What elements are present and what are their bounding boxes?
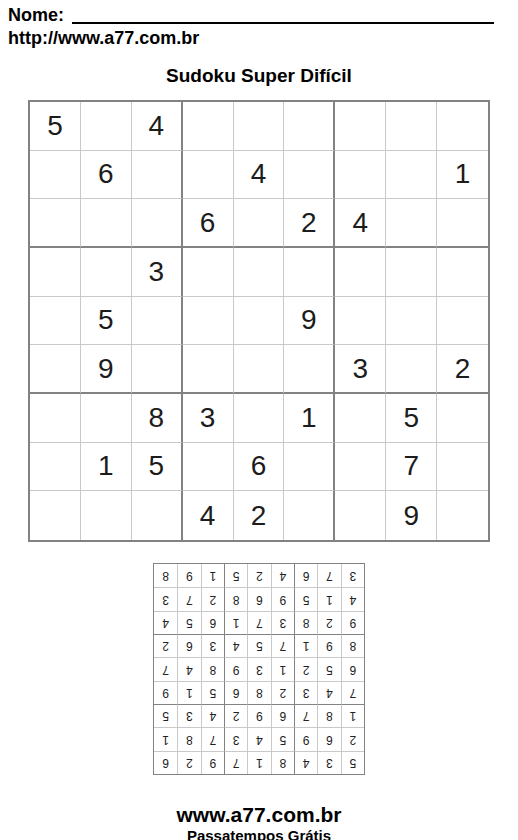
solution-cell-r1c8: 2	[177, 751, 200, 774]
puzzle-cell-r1c6[interactable]	[284, 102, 335, 151]
puzzle-cell-r5c7[interactable]	[335, 297, 386, 346]
puzzle-cell-r8c2[interactable]: 1	[81, 443, 132, 492]
name-label: Nome:	[8, 5, 64, 26]
solution-cell-r9c8: 9	[177, 564, 200, 587]
puzzle-cell-r2c2[interactable]: 6	[81, 151, 132, 200]
page-title: Sudoku Super Difícil	[0, 65, 518, 87]
header-site-url: http://www.a77.com.br	[8, 28, 510, 49]
puzzle-cell-r1c7[interactable]	[335, 102, 386, 151]
puzzle-cell-r4c7[interactable]	[335, 248, 386, 297]
solution-cell-r9c9: 8	[154, 564, 177, 587]
puzzle-cell-r5c5[interactable]	[234, 297, 285, 346]
solution-cell-r8c9: 3	[154, 587, 177, 610]
solution-cell-r4c3: 3	[294, 681, 317, 704]
solution-cell-r3c6: 2	[224, 704, 247, 727]
puzzle-cell-r4c9[interactable]	[437, 248, 488, 297]
puzzle-cell-r2c1[interactable]	[30, 151, 81, 200]
puzzle-cell-r6c2[interactable]: 9	[81, 345, 132, 394]
solution-cell-r7c5: 7	[247, 611, 270, 634]
solution-cell-r8c1: 4	[341, 587, 364, 610]
puzzle-cell-r5c9[interactable]	[437, 297, 488, 346]
solution-cell-r9c4: 4	[271, 564, 294, 587]
solution-cell-r8c8: 7	[177, 587, 200, 610]
solution-cell-r7c3: 8	[294, 611, 317, 634]
solution-cell-r6c4: 7	[271, 634, 294, 657]
puzzle-cell-r8c7[interactable]	[335, 443, 386, 492]
solution-cell-r7c6: 1	[224, 611, 247, 634]
puzzle-cell-r7c4[interactable]: 3	[183, 394, 234, 443]
solution-cell-r5c4: 1	[271, 657, 294, 680]
solution-cell-r5c5: 3	[247, 657, 270, 680]
solution-cell-r2c4: 5	[271, 727, 294, 750]
puzzle-cell-r2c9[interactable]: 1	[437, 151, 488, 200]
puzzle-cell-r8c8[interactable]: 7	[386, 443, 437, 492]
puzzle-cell-r9c4[interactable]: 4	[183, 491, 234, 540]
solution-cell-r8c5: 6	[247, 587, 270, 610]
puzzle-cell-r5c4[interactable]	[183, 297, 234, 346]
puzzle-cell-r1c2[interactable]	[81, 102, 132, 151]
puzzle-cell-r4c6[interactable]	[284, 248, 335, 297]
name-row: Nome:	[8, 5, 494, 26]
puzzle-cell-r6c6[interactable]	[284, 345, 335, 394]
solution-cell-r9c7: 1	[201, 564, 224, 587]
solution-cell-r8c2: 1	[317, 587, 340, 610]
puzzle-cell-r6c5[interactable]	[234, 345, 285, 394]
solution-cell-r9c6: 5	[224, 564, 247, 587]
puzzle-cell-r9c7[interactable]	[335, 491, 386, 540]
puzzle-cell-r3c8[interactable]	[386, 199, 437, 248]
solution-cell-r6c3: 1	[294, 634, 317, 657]
sudoku-page: Nome: http://www.a77.com.br Sudoku Super…	[0, 0, 518, 840]
footer-tagline: Passatempos Grátis	[0, 827, 518, 840]
solution-cell-r7c7: 6	[201, 611, 224, 634]
solution-cell-r8c6: 8	[224, 587, 247, 610]
puzzle-cell-r2c5[interactable]: 4	[234, 151, 285, 200]
puzzle-cell-r2c6[interactable]	[284, 151, 335, 200]
solution-cell-r6c2: 9	[317, 634, 340, 657]
solution-cell-r7c8: 5	[177, 611, 200, 634]
solution-cell-r5c3: 2	[294, 657, 317, 680]
solution-cell-r4c2: 4	[317, 681, 340, 704]
puzzle-cell-r5c8[interactable]	[386, 297, 437, 346]
solution-cell-r5c7: 8	[201, 657, 224, 680]
solution-cell-r5c1: 6	[341, 657, 364, 680]
puzzle-cell-r1c1[interactable]: 5	[30, 102, 81, 151]
puzzle-cell-r7c7[interactable]	[335, 394, 386, 443]
puzzle-cell-r9c9[interactable]	[437, 491, 488, 540]
solution-cell-r6c1: 8	[341, 634, 364, 657]
solution-cell-r8c7: 2	[201, 587, 224, 610]
solution-cell-r8c4: 9	[271, 587, 294, 610]
solution-cell-r3c3: 7	[294, 704, 317, 727]
solution-cell-r2c1: 2	[341, 727, 364, 750]
puzzle-cell-r4c3[interactable]: 3	[132, 248, 183, 297]
name-fill-line	[72, 22, 494, 24]
puzzle-cell-r9c5[interactable]: 2	[234, 491, 285, 540]
puzzle-cell-r9c1[interactable]	[30, 491, 81, 540]
solution-cell-r9c3: 6	[294, 564, 317, 587]
puzzle-cell-r8c3[interactable]: 5	[132, 443, 183, 492]
puzzle-cell-r3c1[interactable]	[30, 199, 81, 248]
puzzle-cell-r3c9[interactable]	[437, 199, 488, 248]
solution-cell-r6c7: 3	[201, 634, 224, 657]
puzzle-cell-r4c1[interactable]	[30, 248, 81, 297]
solution-cell-r1c4: 8	[271, 751, 294, 774]
puzzle-cell-r9c2[interactable]	[81, 491, 132, 540]
solution-cell-r2c6: 3	[224, 727, 247, 750]
solution-cell-r1c1: 5	[341, 751, 364, 774]
puzzle-cell-r4c5[interactable]	[234, 248, 285, 297]
puzzle-cell-r2c4[interactable]	[183, 151, 234, 200]
solution-cell-r4c9: 9	[154, 681, 177, 704]
puzzle-cell-r7c8[interactable]: 5	[386, 394, 437, 443]
puzzle-cell-r3c4[interactable]: 6	[183, 199, 234, 248]
solution-cell-r3c5: 9	[247, 704, 270, 727]
puzzle-cell-r8c4[interactable]	[183, 443, 234, 492]
solution-cell-r2c9: 1	[154, 727, 177, 750]
puzzle-cell-r6c8[interactable]	[386, 345, 437, 394]
solution-cell-r7c9: 4	[154, 611, 177, 634]
puzzle-cell-r8c9[interactable]	[437, 443, 488, 492]
solution-cell-r7c2: 2	[317, 611, 340, 634]
puzzle-cell-r3c7[interactable]: 4	[335, 199, 386, 248]
solution-cell-r4c7: 5	[201, 681, 224, 704]
puzzle-cell-r2c7[interactable]	[335, 151, 386, 200]
solution-cell-r1c3: 4	[294, 751, 317, 774]
solution-cell-r3c8: 3	[177, 704, 200, 727]
solution-cell-r6c6: 4	[224, 634, 247, 657]
footer: www.a77.com.br Passatempos Grátis	[0, 803, 518, 840]
puzzle-cell-r7c9[interactable]	[437, 394, 488, 443]
solution-cell-r3c4: 6	[271, 704, 294, 727]
solution-cell-r3c7: 4	[201, 704, 224, 727]
puzzle-cell-r8c1[interactable]	[30, 443, 81, 492]
puzzle-cell-r5c2[interactable]: 5	[81, 297, 132, 346]
puzzle-cell-r1c5[interactable]	[234, 102, 285, 151]
solution-cell-r1c9: 6	[154, 751, 177, 774]
puzzle-cell-r7c5[interactable]	[234, 394, 285, 443]
puzzle-cell-r9c6[interactable]	[284, 491, 335, 540]
footer-site-url: www.a77.com.br	[0, 803, 518, 826]
puzzle-cell-r5c1[interactable]	[30, 297, 81, 346]
solution-cell-r4c6: 6	[224, 681, 247, 704]
solution-cell-r6c9: 2	[154, 634, 177, 657]
puzzle-cell-r7c2[interactable]	[81, 394, 132, 443]
solution-cell-r7c4: 3	[271, 611, 294, 634]
puzzle-cell-r5c6[interactable]: 9	[284, 297, 335, 346]
puzzle-cell-r7c1[interactable]	[30, 394, 81, 443]
solution-cell-r5c9: 7	[154, 657, 177, 680]
puzzle-cell-r1c8[interactable]	[386, 102, 437, 151]
puzzle-cell-r9c3[interactable]	[132, 491, 183, 540]
solution-cell-r7c1: 9	[341, 611, 364, 634]
puzzle-cell-r6c7[interactable]: 3	[335, 345, 386, 394]
solution-cell-r2c5: 4	[247, 727, 270, 750]
solution-cell-r2c2: 6	[317, 727, 340, 750]
solution-cell-r6c8: 6	[177, 634, 200, 657]
solution-cell-r1c2: 3	[317, 751, 340, 774]
solution-cell-r4c5: 8	[247, 681, 270, 704]
solution-cell-r9c1: 3	[341, 564, 364, 587]
puzzle-cell-r1c4[interactable]	[183, 102, 234, 151]
solution-cell-r2c8: 8	[177, 727, 200, 750]
puzzle-cell-r4c4[interactable]	[183, 248, 234, 297]
solution-cell-r2c3: 9	[294, 727, 317, 750]
solution-cell-r1c6: 7	[224, 751, 247, 774]
puzzle-cell-r4c8[interactable]	[386, 248, 437, 297]
solution-grid-rotated: 5348179262695437811876924357432865196521…	[153, 563, 365, 775]
puzzle-cell-r3c5[interactable]	[234, 199, 285, 248]
puzzle-cell-r5c3[interactable]	[132, 297, 183, 346]
solution-cell-r3c9: 5	[154, 704, 177, 727]
puzzle-cell-r6c4[interactable]	[183, 345, 234, 394]
solution-cell-r9c5: 2	[247, 564, 270, 587]
solution-cell-r3c2: 8	[317, 704, 340, 727]
solution-cell-r2c7: 7	[201, 727, 224, 750]
solution-cell-r3c1: 1	[341, 704, 364, 727]
puzzle-cell-r3c2[interactable]	[81, 199, 132, 248]
puzzle-cell-r3c3[interactable]	[132, 199, 183, 248]
puzzle-cell-r9c8[interactable]: 9	[386, 491, 437, 540]
solution-cell-r1c5: 1	[247, 751, 270, 774]
puzzle-cell-r6c9[interactable]: 2	[437, 345, 488, 394]
puzzle-cell-r6c1[interactable]	[30, 345, 81, 394]
solution-cell-r4c8: 1	[177, 681, 200, 704]
solution-cell-r8c3: 5	[294, 587, 317, 610]
solution-cell-r4c1: 7	[341, 681, 364, 704]
solution-cell-r6c5: 5	[247, 634, 270, 657]
solution-cell-r5c8: 4	[177, 657, 200, 680]
solution-cell-r9c2: 7	[317, 564, 340, 587]
puzzle-cell-r4c2[interactable]	[81, 248, 132, 297]
puzzle-cell-r7c3[interactable]: 8	[132, 394, 183, 443]
solution-cell-r4c4: 2	[271, 681, 294, 704]
puzzle-cell-r6c3[interactable]	[132, 345, 183, 394]
puzzle-cell-r1c3[interactable]: 4	[132, 102, 183, 151]
puzzle-cell-r2c8[interactable]	[386, 151, 437, 200]
puzzle-cell-r7c6[interactable]: 1	[284, 394, 335, 443]
puzzle-cell-r8c5[interactable]: 6	[234, 443, 285, 492]
puzzle-cell-r2c3[interactable]	[132, 151, 183, 200]
solution-cell-r1c7: 9	[201, 751, 224, 774]
puzzle-cell-r1c9[interactable]	[437, 102, 488, 151]
puzzle-cell-r8c6[interactable]	[284, 443, 335, 492]
solution-cell-r5c2: 5	[317, 657, 340, 680]
puzzle-grid: 5464162435993283151567429	[28, 100, 490, 542]
puzzle-cell-r3c6[interactable]: 2	[284, 199, 335, 248]
solution-cell-r5c6: 9	[224, 657, 247, 680]
